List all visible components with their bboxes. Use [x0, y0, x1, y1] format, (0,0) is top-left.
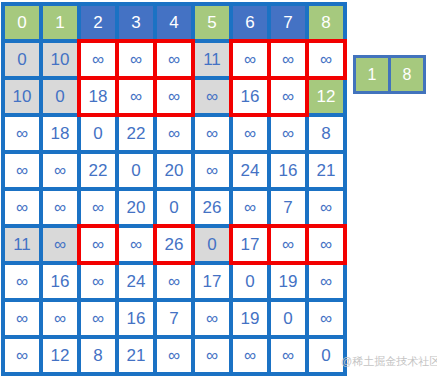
matrix-cell-4-5: 26	[195, 191, 229, 224]
col-header-8: 8	[309, 6, 343, 39]
matrix-cell-4-1: ∞	[43, 191, 77, 224]
matrix-cell-0-4: ∞	[157, 43, 191, 76]
matrix-cell-1-6: 16	[233, 80, 267, 113]
col-header-4: 4	[157, 6, 191, 39]
matrix-cell-1-1: 0	[43, 80, 77, 113]
matrix-cell-2-7: ∞	[271, 117, 305, 150]
matrix-cell-5-8: ∞	[309, 228, 343, 261]
matrix-cell-4-4: 0	[157, 191, 191, 224]
matrix-cell-8-6: ∞	[233, 339, 267, 372]
matrix-cell-5-1: ∞	[43, 228, 77, 261]
matrix-cell-7-7: 0	[271, 302, 305, 335]
matrix-cell-8-1: 12	[43, 339, 77, 372]
matrix-cell-6-6: 0	[233, 265, 267, 298]
matrix-cell-3-1: ∞	[43, 154, 77, 187]
matrix-cell-0-5: 11	[195, 43, 229, 76]
matrix-cell-1-0: 10	[5, 80, 39, 113]
matrix-cell-2-1: 18	[43, 117, 77, 150]
selected-vertex-1: 1	[356, 58, 388, 91]
col-header-7: 7	[271, 6, 305, 39]
matrix-cell-7-0: ∞	[5, 302, 39, 335]
matrix-cell-0-7: ∞	[271, 43, 305, 76]
canvas: 012345678010∞∞∞11∞∞∞10018∞∞∞16∞12∞18022∞…	[0, 0, 437, 380]
matrix-cell-2-5: ∞	[195, 117, 229, 150]
matrix-cell-5-7: ∞	[271, 228, 305, 261]
matrix-cell-2-8: 8	[309, 117, 343, 150]
adjacency-matrix: 012345678010∞∞∞11∞∞∞10018∞∞∞16∞12∞18022∞…	[1, 2, 347, 376]
col-header-0: 0	[5, 6, 39, 39]
matrix-cell-8-5: ∞	[195, 339, 229, 372]
matrix-cell-3-0: ∞	[5, 154, 39, 187]
matrix-cell-5-4: 26	[157, 228, 191, 261]
matrix-cell-3-2: 22	[81, 154, 115, 187]
col-header-5: 5	[195, 6, 229, 39]
col-header-6: 6	[233, 6, 267, 39]
matrix-cell-6-3: 24	[119, 265, 153, 298]
matrix-cell-4-3: 20	[119, 191, 153, 224]
matrix-cell-6-4: ∞	[157, 265, 191, 298]
matrix-cell-0-6: ∞	[233, 43, 267, 76]
matrix-cell-1-3: ∞	[119, 80, 153, 113]
matrix-cell-6-1: 16	[43, 265, 77, 298]
matrix-cell-7-3: 16	[119, 302, 153, 335]
matrix-cell-7-4: 7	[157, 302, 191, 335]
matrix-cell-2-3: 22	[119, 117, 153, 150]
matrix-cell-1-5: ∞	[195, 80, 229, 113]
matrix-cell-3-4: 20	[157, 154, 191, 187]
matrix-cell-3-3: 0	[119, 154, 153, 187]
matrix-cell-5-3: ∞	[119, 228, 153, 261]
matrix-cell-6-2: ∞	[81, 265, 115, 298]
matrix-cell-8-2: 8	[81, 339, 115, 372]
matrix-cell-4-8: ∞	[309, 191, 343, 224]
watermark: @稀土掘金技术社区	[341, 354, 437, 369]
matrix-cell-8-0: ∞	[5, 339, 39, 372]
matrix-cell-3-5: ∞	[195, 154, 229, 187]
matrix-cell-8-4: ∞	[157, 339, 191, 372]
matrix-cell-8-7: ∞	[271, 339, 305, 372]
matrix-cell-0-2: ∞	[81, 43, 115, 76]
matrix-cell-3-7: 16	[271, 154, 305, 187]
matrix-cell-7-5: ∞	[195, 302, 229, 335]
matrix-cell-3-6: 24	[233, 154, 267, 187]
matrix-cell-6-7: 19	[271, 265, 305, 298]
matrix-cell-8-8: 0	[309, 339, 343, 372]
matrix-cell-4-6: ∞	[233, 191, 267, 224]
matrix-cell-0-0: 0	[5, 43, 39, 76]
matrix-cell-1-2: 18	[81, 80, 115, 113]
matrix-cell-7-6: 19	[233, 302, 267, 335]
matrix-cell-2-4: ∞	[157, 117, 191, 150]
col-header-1: 1	[43, 6, 77, 39]
matrix-cell-2-2: 0	[81, 117, 115, 150]
matrix-cell-1-4: ∞	[157, 80, 191, 113]
matrix-cell-5-6: 17	[233, 228, 267, 261]
matrix-cell-7-8: ∞	[309, 302, 343, 335]
matrix-cell-7-1: ∞	[43, 302, 77, 335]
matrix-cell-2-0: ∞	[5, 117, 39, 150]
matrix-cell-6-5: 17	[195, 265, 229, 298]
matrix-cell-8-3: 21	[119, 339, 153, 372]
matrix-cell-0-8: ∞	[309, 43, 343, 76]
col-header-3: 3	[119, 6, 153, 39]
matrix-cell-2-6: ∞	[233, 117, 267, 150]
matrix-cell-3-8: 21	[309, 154, 343, 187]
matrix-cell-4-7: 7	[271, 191, 305, 224]
matrix-cell-5-5: 0	[195, 228, 229, 261]
matrix-cell-1-8: 12	[309, 80, 343, 113]
col-header-2: 2	[81, 6, 115, 39]
matrix-cell-4-2: ∞	[81, 191, 115, 224]
matrix-cell-6-8: ∞	[309, 265, 343, 298]
matrix-cell-5-0: 11	[5, 228, 39, 261]
matrix-cell-0-3: ∞	[119, 43, 153, 76]
matrix-cell-1-7: ∞	[271, 80, 305, 113]
selected-edge-box: 18	[353, 55, 426, 94]
matrix-cell-7-2: ∞	[81, 302, 115, 335]
matrix-cell-0-1: 10	[43, 43, 77, 76]
matrix-cell-6-0: ∞	[5, 265, 39, 298]
matrix-cell-5-2: ∞	[81, 228, 115, 261]
matrix-cell-4-0: ∞	[5, 191, 39, 224]
selected-vertex-8: 8	[391, 58, 423, 91]
